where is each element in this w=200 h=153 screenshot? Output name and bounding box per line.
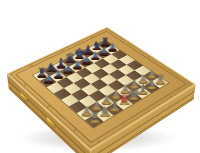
brass-screw-icon [121, 124, 125, 127]
brass-screw-icon [23, 84, 27, 86]
brass-hinge-icon [20, 92, 27, 102]
brass-screw-icon [89, 36, 92, 38]
brass-screw-icon [145, 109, 149, 112]
square-a1[interactable]: ♜ [85, 114, 104, 127]
brass-screw-icon [127, 43, 130, 45]
brass-screw-icon [46, 105, 50, 108]
brass-hinge-icon [47, 117, 55, 128]
brass-screw-icon [167, 69, 171, 71]
brass-screw-icon [95, 140, 99, 143]
brass-screw-icon [72, 128, 76, 131]
brass-screw-icon [29, 64, 32, 66]
brass-screw-icon [168, 95, 172, 98]
brass-screw-icon [146, 56, 149, 58]
brass-screw-icon [109, 32, 112, 34]
chess-set-photo: ♜♞♝♛♚♝♞♜♟♟♟♟♟♟♟♟♟♟♟♟♟♟♟♟♜♞♝♛♚♝♞♜ [0, 0, 200, 153]
brass-screw-icon [183, 86, 187, 88]
piece-base [91, 121, 100, 124]
